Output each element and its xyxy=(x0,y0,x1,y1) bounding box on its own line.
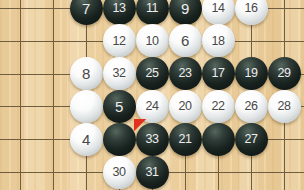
move-number: 12 xyxy=(113,35,126,48)
move-number: 10 xyxy=(146,35,159,48)
move-number: 22 xyxy=(212,100,225,113)
stone-black-unnumbered[interactable] xyxy=(103,123,136,156)
move-number: 18 xyxy=(212,35,225,48)
stone-black-17[interactable]: 17 xyxy=(202,57,235,90)
stone-white-unnumbered[interactable] xyxy=(70,90,103,123)
stone-black-unnumbered[interactable] xyxy=(202,123,235,156)
move-number: 4 xyxy=(82,132,90,147)
stone-white-24[interactable]: 24 xyxy=(136,90,169,123)
stone-white-8[interactable]: 8 xyxy=(70,57,103,90)
stone-black-29[interactable]: 29 xyxy=(268,57,301,90)
stone-white-18[interactable]: 18 xyxy=(202,24,235,57)
stone-black-5[interactable]: 5 xyxy=(103,90,136,123)
stone-white-12[interactable]: 12 xyxy=(103,24,136,57)
move-number: 33 xyxy=(146,133,159,146)
stone-black-31[interactable]: 31 xyxy=(136,156,169,189)
stone-white-26[interactable]: 26 xyxy=(235,90,268,123)
stone-white-30[interactable]: 30 xyxy=(103,156,136,189)
move-number: 13 xyxy=(113,2,126,15)
stone-black-33[interactable]: 33 xyxy=(136,123,169,156)
move-number: 24 xyxy=(146,100,159,113)
move-number: 16 xyxy=(245,2,258,15)
move-number: 8 xyxy=(82,66,90,81)
stone-black-27[interactable]: 27 xyxy=(235,123,268,156)
move-number: 9 xyxy=(181,1,189,16)
stone-white-6[interactable]: 6 xyxy=(169,24,202,57)
move-number: 11 xyxy=(146,2,158,15)
move-number: 31 xyxy=(146,166,159,179)
move-number: 25 xyxy=(146,67,159,80)
stone-black-19[interactable]: 19 xyxy=(235,57,268,90)
move-number: 27 xyxy=(245,133,258,146)
move-number: 26 xyxy=(245,100,258,113)
last-move-marker xyxy=(134,119,147,132)
stone-white-4[interactable]: 4 xyxy=(70,123,103,156)
move-number: 19 xyxy=(245,67,258,80)
move-number: 32 xyxy=(113,67,126,80)
stone-white-28[interactable]: 28 xyxy=(268,90,301,123)
move-number: 6 xyxy=(181,33,189,48)
stone-black-25[interactable]: 25 xyxy=(136,57,169,90)
move-number: 17 xyxy=(212,67,225,80)
stone-white-22[interactable]: 22 xyxy=(202,90,235,123)
stone-white-20[interactable]: 20 xyxy=(169,90,202,123)
move-number: 5 xyxy=(115,99,123,114)
move-number: 14 xyxy=(212,2,225,15)
move-number: 29 xyxy=(278,67,291,80)
stone-white-32[interactable]: 32 xyxy=(103,57,136,90)
stone-white-10[interactable]: 10 xyxy=(136,24,169,57)
move-number: 21 xyxy=(179,133,192,146)
move-number: 28 xyxy=(278,100,291,113)
stone-black-21[interactable]: 21 xyxy=(169,123,202,156)
stone-black-23[interactable]: 23 xyxy=(169,57,202,90)
move-number: 30 xyxy=(113,166,126,179)
move-number: 20 xyxy=(179,100,192,113)
move-number: 7 xyxy=(82,1,90,16)
go-board[interactable]: 7131191416121061883225231719295242022262… xyxy=(0,0,304,190)
move-number: 23 xyxy=(179,67,192,80)
